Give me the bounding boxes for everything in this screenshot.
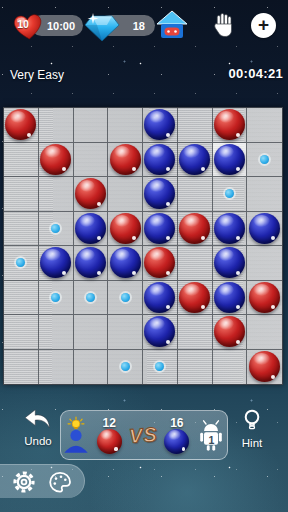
ai-score: 16 <box>170 417 183 429</box>
hint-dot <box>51 293 60 302</box>
palette-icon <box>48 470 72 494</box>
blue-ball <box>214 282 245 313</box>
board-cell[interactable] <box>4 177 39 212</box>
blue-ball <box>75 247 106 278</box>
red-ball <box>179 213 210 244</box>
board-cell[interactable] <box>143 246 178 281</box>
red-ball <box>249 351 280 382</box>
blue-ball <box>214 247 245 278</box>
board-cell[interactable] <box>4 143 39 178</box>
board-cell[interactable] <box>74 246 109 281</box>
settings-pill <box>0 464 85 498</box>
gems-button[interactable] <box>83 11 121 43</box>
hand-drag-button[interactable] <box>211 11 237 39</box>
board-cell[interactable] <box>247 315 282 350</box>
theme-button[interactable] <box>48 470 72 494</box>
hint-dot <box>155 362 164 371</box>
board-cell[interactable] <box>74 281 109 316</box>
board-cell[interactable] <box>108 315 143 350</box>
board-cell[interactable] <box>213 350 248 385</box>
undo-button[interactable]: Undo <box>12 408 64 447</box>
board-cell[interactable] <box>178 212 213 247</box>
board-cell[interactable] <box>74 212 109 247</box>
board-cell[interactable] <box>247 281 282 316</box>
home-button[interactable] <box>156 10 188 40</box>
blue-ball <box>214 213 245 244</box>
blue-ball <box>144 213 175 244</box>
board-cell[interactable] <box>4 350 39 385</box>
undo-arrow-icon <box>23 408 53 430</box>
hint-dot <box>260 155 269 164</box>
red-ball <box>110 213 141 244</box>
red-ball <box>40 144 71 175</box>
board-cell[interactable] <box>74 350 109 385</box>
board-cell[interactable] <box>178 246 213 281</box>
board-cell[interactable] <box>39 212 74 247</box>
board-cell[interactable] <box>108 246 143 281</box>
board-cell[interactable] <box>247 177 282 212</box>
board-cell[interactable] <box>213 108 248 143</box>
hint-button[interactable]: Hint <box>226 408 278 449</box>
ai-level: 1 <box>196 434 226 446</box>
hint-label: Hint <box>226 437 278 449</box>
red-ball <box>5 109 36 140</box>
board-cell[interactable] <box>39 143 74 178</box>
game-board <box>3 107 283 385</box>
red-ball <box>214 316 245 347</box>
board-cell[interactable] <box>4 246 39 281</box>
game-screen: 10:00 10 18 <box>0 0 288 512</box>
blue-ball <box>144 178 175 209</box>
blue-ball <box>144 144 175 175</box>
lives-button[interactable]: 10 <box>10 10 46 42</box>
board-cell[interactable] <box>74 177 109 212</box>
board-cell[interactable] <box>4 281 39 316</box>
board-cell[interactable] <box>74 108 109 143</box>
board-cell[interactable] <box>39 315 74 350</box>
blue-ball <box>75 213 106 244</box>
red-ball <box>144 247 175 278</box>
add-button-label: + <box>258 14 269 36</box>
blue-ball <box>214 144 245 175</box>
board-cell[interactable] <box>213 315 248 350</box>
board-cell[interactable] <box>213 212 248 247</box>
elapsed-timer: 00:04:21 <box>229 66 283 81</box>
hint-dot <box>51 224 60 233</box>
player-icon <box>62 416 90 454</box>
blue-ball <box>249 213 280 244</box>
board-cell[interactable] <box>143 350 178 385</box>
board-cell[interactable] <box>108 108 143 143</box>
lightbulb-icon <box>240 408 264 432</box>
board-cell[interactable] <box>247 212 282 247</box>
board-cell[interactable] <box>4 315 39 350</box>
board-cell[interactable] <box>39 350 74 385</box>
board-cell[interactable] <box>213 246 248 281</box>
board-cell[interactable] <box>178 143 213 178</box>
ai-opponent: 1 <box>196 419 226 452</box>
board-cell[interactable] <box>178 281 213 316</box>
score-panel: 12 VS 16 <box>60 410 228 460</box>
board-cell[interactable] <box>143 143 178 178</box>
board-cell[interactable] <box>39 281 74 316</box>
hint-dot <box>225 189 234 198</box>
board-cell[interactable] <box>39 177 74 212</box>
board-cell[interactable] <box>143 315 178 350</box>
board-cell[interactable] <box>4 108 39 143</box>
home-icon <box>156 10 188 40</box>
red-ball <box>249 282 280 313</box>
board-cell[interactable] <box>247 143 282 178</box>
vs-label: VS <box>128 423 158 448</box>
settings-button[interactable] <box>12 470 36 494</box>
player-red-ball-icon <box>97 429 122 454</box>
ai-blue-ball-icon <box>164 429 189 454</box>
hint-dot <box>121 362 130 371</box>
board-cell[interactable] <box>178 108 213 143</box>
board-cell[interactable] <box>74 315 109 350</box>
board-cell[interactable] <box>247 350 282 385</box>
board-cell[interactable] <box>178 177 213 212</box>
blue-ball <box>144 316 175 347</box>
board-cell[interactable] <box>39 108 74 143</box>
player-score-group: 12 <box>97 417 122 454</box>
hint-dot <box>16 258 25 267</box>
board-cell[interactable] <box>143 108 178 143</box>
board-cell[interactable] <box>108 143 143 178</box>
board-cell[interactable] <box>178 350 213 385</box>
gear-icon <box>12 470 36 494</box>
board-cell[interactable] <box>108 212 143 247</box>
board-cell[interactable] <box>143 212 178 247</box>
board-cell[interactable] <box>247 246 282 281</box>
blue-ball <box>40 247 71 278</box>
hint-dot <box>121 293 130 302</box>
board-cell[interactable] <box>74 143 109 178</box>
red-ball <box>75 178 106 209</box>
hand-icon <box>211 11 237 39</box>
hint-dot <box>86 293 95 302</box>
add-button[interactable]: + <box>251 13 276 38</box>
ai-score-group: 16 <box>164 417 189 454</box>
undo-label: Undo <box>12 435 64 447</box>
red-ball <box>214 109 245 140</box>
board-cell[interactable] <box>178 315 213 350</box>
blue-ball <box>144 109 175 140</box>
lives-timer-label: 10:00 <box>47 20 75 32</box>
board-cell[interactable] <box>143 281 178 316</box>
lives-count: 10 <box>10 18 36 30</box>
blue-ball <box>110 247 141 278</box>
red-ball <box>179 282 210 313</box>
player-score: 12 <box>102 417 115 429</box>
board-cell[interactable] <box>108 177 143 212</box>
red-ball <box>110 144 141 175</box>
board-cell[interactable] <box>4 212 39 247</box>
blue-ball <box>179 144 210 175</box>
board-cell[interactable] <box>213 143 248 178</box>
blue-ball <box>144 282 175 313</box>
board-cell[interactable] <box>108 281 143 316</box>
board-cell[interactable] <box>143 177 178 212</box>
board-cell[interactable] <box>213 177 248 212</box>
board-cell[interactable] <box>108 350 143 385</box>
gem-icon <box>83 11 121 43</box>
gems-count: 18 <box>133 20 145 32</box>
board-cell[interactable] <box>213 281 248 316</box>
board-cell[interactable] <box>39 246 74 281</box>
difficulty-label: Very Easy <box>10 68 64 82</box>
board-cell[interactable] <box>247 108 282 143</box>
